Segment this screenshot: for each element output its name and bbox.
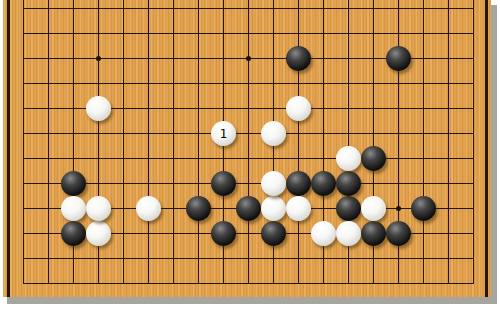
grid-line-horizontal (23, 83, 474, 84)
grid-line-vertical (423, 0, 424, 284)
black-stone[interactable] (361, 146, 386, 171)
grid-line-vertical (298, 0, 299, 284)
black-stone[interactable] (211, 221, 236, 246)
grid-line-vertical (473, 0, 474, 284)
black-stone[interactable] (386, 221, 411, 246)
white-stone[interactable] (61, 196, 86, 221)
star-point (246, 56, 251, 61)
star-point (96, 56, 101, 61)
go-board[interactable]: 1 (3, 0, 491, 297)
white-stone[interactable] (336, 221, 361, 246)
black-stone[interactable] (336, 196, 361, 221)
white-stone[interactable] (261, 121, 286, 146)
white-stone[interactable] (336, 146, 361, 171)
star-point (396, 206, 401, 211)
grid-line-vertical (198, 0, 199, 284)
white-stone[interactable] (286, 196, 311, 221)
white-stone[interactable] (361, 196, 386, 221)
white-stone-move-1[interactable]: 1 (211, 121, 236, 146)
grid-line-horizontal (23, 258, 474, 259)
grid-line-vertical (173, 0, 174, 284)
board-drop-shadow-right (491, 5, 497, 304)
black-stone[interactable] (61, 221, 86, 246)
grid-line-vertical (123, 0, 124, 284)
move-number-label: 1 (220, 128, 228, 140)
black-stone[interactable] (236, 196, 261, 221)
white-stone[interactable] (311, 221, 336, 246)
grid-line-vertical (448, 0, 449, 284)
black-stone[interactable] (411, 196, 436, 221)
grid-line-vertical (23, 0, 24, 284)
white-stone[interactable] (86, 96, 111, 121)
white-stone[interactable] (86, 221, 111, 246)
white-stone[interactable] (261, 171, 286, 196)
grid-line-horizontal (23, 183, 474, 184)
go-diagram: 1 (0, 0, 500, 310)
grid-line-horizontal (23, 8, 474, 9)
black-stone[interactable] (286, 46, 311, 71)
black-stone[interactable] (211, 171, 236, 196)
grid-line-horizontal (23, 283, 474, 284)
black-stone[interactable] (186, 196, 211, 221)
black-stone[interactable] (386, 46, 411, 71)
grid-line-horizontal (23, 158, 474, 159)
black-stone[interactable] (361, 221, 386, 246)
grid-line-horizontal (23, 33, 474, 34)
black-stone[interactable] (261, 221, 286, 246)
board-drop-shadow-bottom (7, 297, 497, 304)
black-stone[interactable] (286, 171, 311, 196)
grid-line-horizontal (23, 133, 474, 134)
black-stone[interactable] (61, 171, 86, 196)
white-stone[interactable] (136, 196, 161, 221)
board-left-border (7, 0, 10, 297)
white-stone[interactable] (261, 196, 286, 221)
grid-line-vertical (48, 0, 49, 284)
white-stone[interactable] (86, 196, 111, 221)
grid-line-vertical (148, 0, 149, 284)
board-right-border (485, 0, 488, 297)
black-stone[interactable] (336, 171, 361, 196)
grid-line-vertical (248, 0, 249, 284)
black-stone[interactable] (311, 171, 336, 196)
white-stone[interactable] (286, 96, 311, 121)
